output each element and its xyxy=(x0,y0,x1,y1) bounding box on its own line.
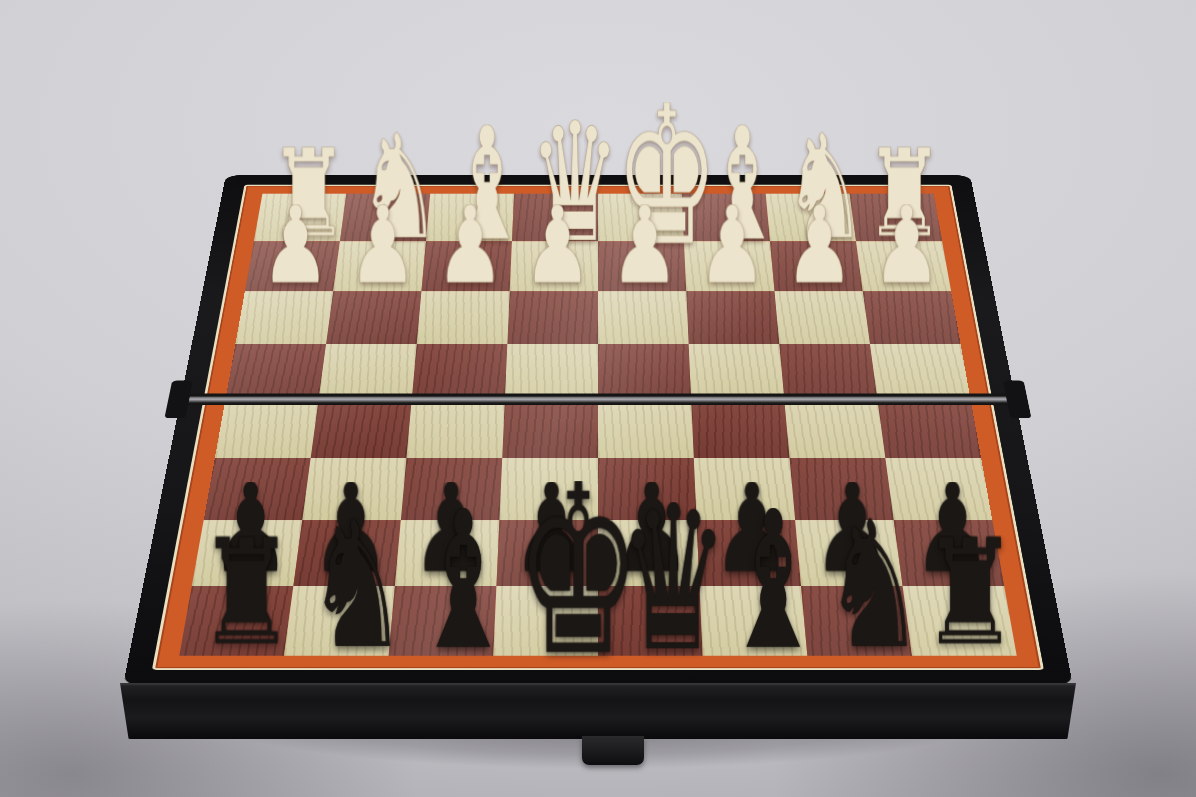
square xyxy=(694,458,795,520)
hinge-left xyxy=(164,381,193,419)
square xyxy=(412,344,508,400)
square: ♟ xyxy=(856,241,951,291)
square: ♜ xyxy=(850,194,942,241)
square: ♜ xyxy=(903,586,1017,656)
square xyxy=(505,344,598,400)
square xyxy=(406,399,504,458)
square xyxy=(790,458,894,520)
square xyxy=(775,291,870,344)
square xyxy=(598,291,689,344)
square: ♟ xyxy=(684,241,775,291)
square: ♝ xyxy=(700,586,808,656)
square xyxy=(689,344,785,400)
square: ♟ xyxy=(496,520,598,586)
square xyxy=(686,291,779,344)
chess-board-grid: ♜♞♝♛♚♝♞♜♟♟♟♟♟♟♟♟♟♟♟♟♟♟♟♟♜♞♝♚♛♝♞♜ xyxy=(179,194,1016,656)
square xyxy=(302,458,406,520)
square: ♟ xyxy=(421,241,512,291)
square xyxy=(691,399,789,458)
square: ♟ xyxy=(598,520,700,586)
square xyxy=(215,399,319,458)
square xyxy=(507,291,598,344)
square xyxy=(598,399,694,458)
square: ♟ xyxy=(795,520,902,586)
chess-set-photo: ♜♞♝♛♚♝♞♜♟♟♟♟♟♟♟♟♟♟♟♟♟♟♟♟♜♞♝♚♛♝♞♜ xyxy=(123,185,1073,685)
square: ♝ xyxy=(389,586,497,656)
square xyxy=(784,399,885,458)
square: ♞ xyxy=(340,194,430,241)
square xyxy=(598,344,691,400)
square: ♟ xyxy=(510,241,598,291)
square: ♞ xyxy=(801,586,912,656)
square: ♜ xyxy=(254,194,346,241)
square xyxy=(225,344,326,400)
square: ♟ xyxy=(293,520,400,586)
square: ♚ xyxy=(493,586,598,656)
square: ♝ xyxy=(426,194,514,241)
square xyxy=(877,399,981,458)
square: ♞ xyxy=(284,586,395,656)
square: ♟ xyxy=(395,520,499,586)
square: ♟ xyxy=(245,241,340,291)
square xyxy=(779,344,877,400)
chess-board-case: ♜♞♝♛♚♝♞♜♟♟♟♟♟♟♟♟♟♟♟♟♟♟♟♟♜♞♝♚♛♝♞♜ xyxy=(123,175,1073,685)
square: ♟ xyxy=(894,520,1004,586)
square xyxy=(417,291,510,344)
square xyxy=(499,458,598,520)
square: ♟ xyxy=(333,241,426,291)
black-queen: ♛ xyxy=(618,502,682,658)
square xyxy=(401,458,502,520)
square: ♟ xyxy=(697,520,801,586)
square: ♟ xyxy=(192,520,302,586)
square: ♛ xyxy=(598,586,703,656)
square xyxy=(326,291,421,344)
square xyxy=(885,458,992,520)
square: ♟ xyxy=(770,241,863,291)
square: ♚ xyxy=(598,194,684,241)
case-front-face xyxy=(120,683,1076,739)
square xyxy=(598,458,697,520)
square xyxy=(863,291,961,344)
square xyxy=(204,458,311,520)
case-clasp xyxy=(582,736,644,765)
square xyxy=(235,291,333,344)
square: ♟ xyxy=(598,241,686,291)
square xyxy=(870,344,971,400)
square xyxy=(311,399,412,458)
square xyxy=(502,399,598,458)
square: ♞ xyxy=(766,194,856,241)
square: ♝ xyxy=(682,194,770,241)
square: ♜ xyxy=(179,586,293,656)
square xyxy=(319,344,417,400)
square: ♛ xyxy=(512,194,598,241)
hinge-right xyxy=(1003,381,1032,419)
